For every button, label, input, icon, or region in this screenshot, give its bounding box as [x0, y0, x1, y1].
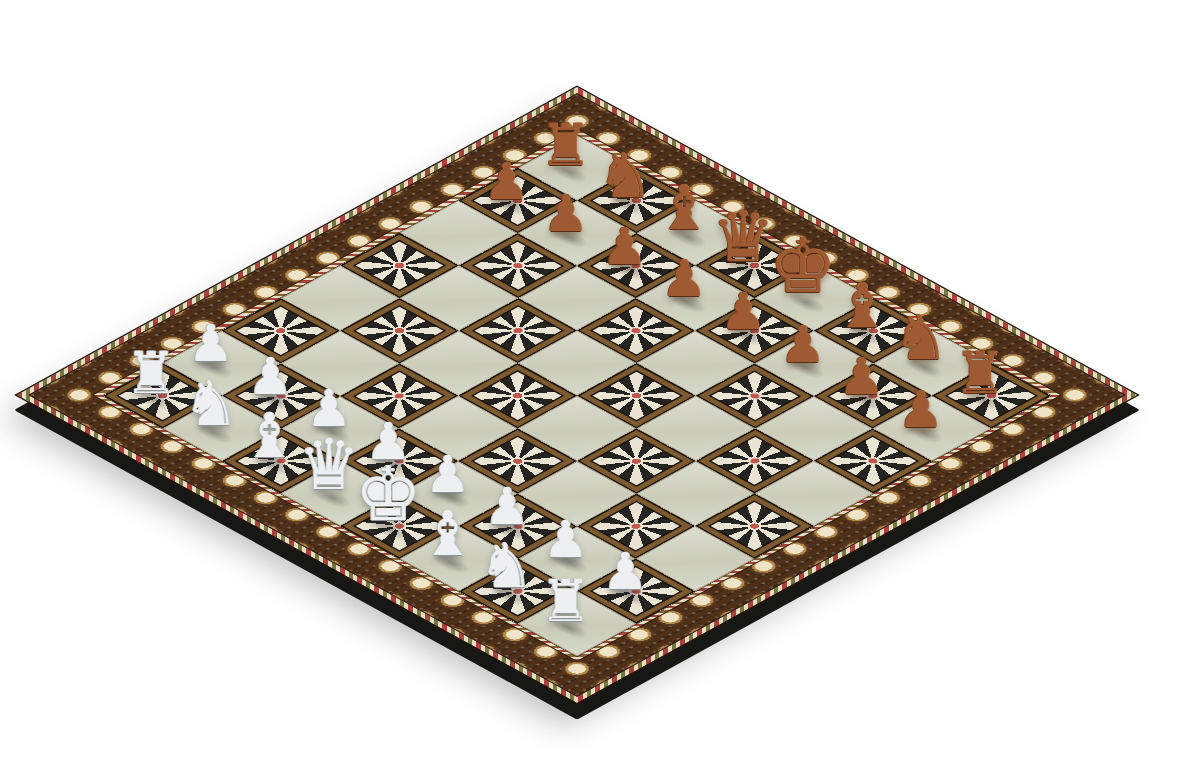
inner-stripe-border: ♜♞♝♛♚♝♞♜♟♟♟♟♟♟♟♟♟♟♟♟♟♟♟♟♜♞♝♛♚♝♞♜	[92, 128, 1062, 662]
chess-board: ♜♞♝♛♚♝♞♜♟♟♟♟♟♟♟♟♟♟♟♟♟♟♟♟♜♞♝♛♚♝♞♜	[14, 85, 1140, 704]
square-h1[interactable]: ♜	[518, 591, 636, 656]
board-squares: ♜♞♝♛♚♝♞♜♟♟♟♟♟♟♟♟♟♟♟♟♟♟♟♟♜♞♝♛♚♝♞♜	[102, 134, 1052, 657]
mosaic-rosette-border: ♜♞♝♛♚♝♞♜♟♟♟♟♟♟♟♟♟♟♟♟♟♟♟♟♜♞♝♛♚♝♞♜	[28, 93, 1125, 697]
product-photo-scene: ♜♞♝♛♚♝♞♜♟♟♟♟♟♟♟♟♟♟♟♟♟♟♟♟♜♞♝♛♚♝♞♜	[0, 0, 1183, 776]
outer-stripe-border: ♜♞♝♛♚♝♞♜♟♟♟♟♟♟♟♟♟♟♟♟♟♟♟♟♜♞♝♛♚♝♞♜	[14, 85, 1140, 704]
silver-rook[interactable]: ♜	[496, 572, 636, 630]
